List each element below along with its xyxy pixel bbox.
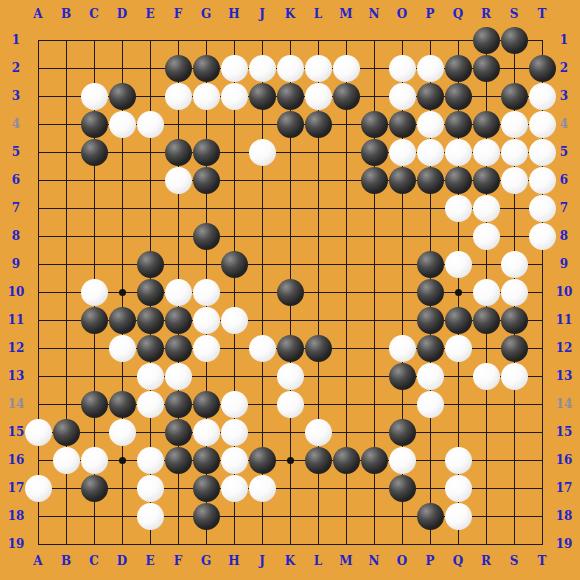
black-stone-E11 xyxy=(137,307,164,334)
black-stone-F2 xyxy=(165,55,192,82)
black-stone-E10 xyxy=(137,279,164,306)
black-stone-G6 xyxy=(193,167,220,194)
white-stone-G11 xyxy=(193,307,220,334)
white-stone-J17 xyxy=(249,475,276,502)
black-stone-K12 xyxy=(277,335,304,362)
black-stone-R11 xyxy=(473,307,500,334)
col-label: S xyxy=(502,6,526,22)
white-stone-H15 xyxy=(221,419,248,446)
white-stone-H16 xyxy=(221,447,248,474)
black-stone-B15 xyxy=(53,419,80,446)
white-stone-F10 xyxy=(165,279,192,306)
white-stone-Q5 xyxy=(445,139,472,166)
black-stone-L16 xyxy=(305,447,332,474)
white-stone-S10 xyxy=(501,279,528,306)
white-stone-M2 xyxy=(333,55,360,82)
black-stone-Q6 xyxy=(445,167,472,194)
black-stone-G18 xyxy=(193,503,220,530)
black-stone-R2 xyxy=(473,55,500,82)
white-stone-R13 xyxy=(473,363,500,390)
col-label: L xyxy=(306,6,330,22)
white-stone-L2 xyxy=(305,55,332,82)
black-stone-G5 xyxy=(193,139,220,166)
stones-grid[interactable] xyxy=(24,26,556,558)
black-stone-G16 xyxy=(193,447,220,474)
white-stone-C10 xyxy=(81,279,108,306)
black-stone-Q2 xyxy=(445,55,472,82)
black-stone-M3 xyxy=(333,83,360,110)
black-stone-H9 xyxy=(221,251,248,278)
white-stone-S4 xyxy=(501,111,528,138)
black-stone-D14 xyxy=(109,391,136,418)
black-stone-Q3 xyxy=(445,83,472,110)
black-stone-N6 xyxy=(361,167,388,194)
white-stone-P2 xyxy=(417,55,444,82)
black-stone-L12 xyxy=(305,335,332,362)
black-stone-S1 xyxy=(501,27,528,54)
black-stone-F14 xyxy=(165,391,192,418)
col-label: T xyxy=(530,6,554,22)
white-stone-A15 xyxy=(25,419,52,446)
col-label: J xyxy=(250,6,274,22)
black-stone-P12 xyxy=(417,335,444,362)
black-stone-O15 xyxy=(389,419,416,446)
white-stone-Q9 xyxy=(445,251,472,278)
black-stone-S3 xyxy=(501,83,528,110)
black-stone-R1 xyxy=(473,27,500,54)
black-stone-O13 xyxy=(389,363,416,390)
col-label: P xyxy=(418,6,442,22)
white-stone-O3 xyxy=(389,83,416,110)
white-stone-B16 xyxy=(53,447,80,474)
black-stone-E9 xyxy=(137,251,164,278)
black-stone-G17 xyxy=(193,475,220,502)
black-stone-F11 xyxy=(165,307,192,334)
black-stone-K4 xyxy=(277,111,304,138)
black-stone-C4 xyxy=(81,111,108,138)
white-stone-T5 xyxy=(529,139,556,166)
col-label: H xyxy=(222,6,246,22)
white-stone-E4 xyxy=(137,111,164,138)
white-stone-H14 xyxy=(221,391,248,418)
black-stone-F12 xyxy=(165,335,192,362)
black-stone-J16 xyxy=(249,447,276,474)
col-label: Q xyxy=(446,6,470,22)
black-stone-F16 xyxy=(165,447,192,474)
black-stone-C11 xyxy=(81,307,108,334)
white-stone-K2 xyxy=(277,55,304,82)
white-stone-K14 xyxy=(277,391,304,418)
col-label: C xyxy=(82,6,106,22)
white-stone-L3 xyxy=(305,83,332,110)
black-stone-K10 xyxy=(277,279,304,306)
white-stone-A17 xyxy=(25,475,52,502)
col-label: A xyxy=(26,6,50,22)
col-label: B xyxy=(54,6,78,22)
white-stone-J12 xyxy=(249,335,276,362)
white-stone-G12 xyxy=(193,335,220,362)
white-stone-Q16 xyxy=(445,447,472,474)
black-stone-O6 xyxy=(389,167,416,194)
white-stone-C16 xyxy=(81,447,108,474)
black-stone-O17 xyxy=(389,475,416,502)
white-stone-F3 xyxy=(165,83,192,110)
col-label: O xyxy=(390,6,414,22)
white-stone-H2 xyxy=(221,55,248,82)
black-stone-P10 xyxy=(417,279,444,306)
black-stone-K3 xyxy=(277,83,304,110)
black-stone-P9 xyxy=(417,251,444,278)
white-stone-R8 xyxy=(473,223,500,250)
white-stone-Q17 xyxy=(445,475,472,502)
black-stone-F15 xyxy=(165,419,192,446)
white-stone-O5 xyxy=(389,139,416,166)
white-stone-R7 xyxy=(473,195,500,222)
black-stone-P6 xyxy=(417,167,444,194)
black-stone-C5 xyxy=(81,139,108,166)
white-stone-E13 xyxy=(137,363,164,390)
black-stone-G14 xyxy=(193,391,220,418)
white-stone-P4 xyxy=(417,111,444,138)
black-stone-Q4 xyxy=(445,111,472,138)
black-stone-G8 xyxy=(193,223,220,250)
white-stone-G15 xyxy=(193,419,220,446)
white-stone-H11 xyxy=(221,307,248,334)
white-stone-S5 xyxy=(501,139,528,166)
black-stone-Q11 xyxy=(445,307,472,334)
white-stone-T7 xyxy=(529,195,556,222)
white-stone-E16 xyxy=(137,447,164,474)
white-stone-D15 xyxy=(109,419,136,446)
black-stone-S11 xyxy=(501,307,528,334)
white-stone-T3 xyxy=(529,83,556,110)
white-stone-P13 xyxy=(417,363,444,390)
white-stone-O2 xyxy=(389,55,416,82)
white-stone-R10 xyxy=(473,279,500,306)
white-stone-K13 xyxy=(277,363,304,390)
white-stone-F6 xyxy=(165,167,192,194)
white-stone-E14 xyxy=(137,391,164,418)
black-stone-E12 xyxy=(137,335,164,362)
go-board: ABCDEFGHJKLMNOPQRST ABCDEFGHJKLMNOPQRST … xyxy=(0,0,580,580)
white-stone-J2 xyxy=(249,55,276,82)
white-stone-P14 xyxy=(417,391,444,418)
white-stone-G3 xyxy=(193,83,220,110)
white-stone-S6 xyxy=(501,167,528,194)
col-label: N xyxy=(362,6,386,22)
black-stone-R6 xyxy=(473,167,500,194)
black-stone-F5 xyxy=(165,139,192,166)
white-stone-J5 xyxy=(249,139,276,166)
black-stone-N4 xyxy=(361,111,388,138)
col-label: M xyxy=(334,6,358,22)
black-stone-P3 xyxy=(417,83,444,110)
white-stone-Q18 xyxy=(445,503,472,530)
white-stone-E17 xyxy=(137,475,164,502)
black-stone-C17 xyxy=(81,475,108,502)
black-stone-J3 xyxy=(249,83,276,110)
white-stone-C3 xyxy=(81,83,108,110)
black-stone-C14 xyxy=(81,391,108,418)
white-stone-Q12 xyxy=(445,335,472,362)
white-stone-T4 xyxy=(529,111,556,138)
white-stone-D4 xyxy=(109,111,136,138)
white-stone-F13 xyxy=(165,363,192,390)
black-stone-L4 xyxy=(305,111,332,138)
white-stone-R5 xyxy=(473,139,500,166)
col-label: E xyxy=(138,6,162,22)
white-stone-S13 xyxy=(501,363,528,390)
col-label: R xyxy=(474,6,498,22)
black-stone-O4 xyxy=(389,111,416,138)
white-stone-D12 xyxy=(109,335,136,362)
black-stone-D11 xyxy=(109,307,136,334)
white-stone-L15 xyxy=(305,419,332,446)
black-stone-R4 xyxy=(473,111,500,138)
white-stone-G10 xyxy=(193,279,220,306)
white-stone-O16 xyxy=(389,447,416,474)
black-stone-N16 xyxy=(361,447,388,474)
white-stone-H17 xyxy=(221,475,248,502)
white-stone-Q7 xyxy=(445,195,472,222)
white-stone-E18 xyxy=(137,503,164,530)
black-stone-P11 xyxy=(417,307,444,334)
white-stone-H3 xyxy=(221,83,248,110)
col-label: D xyxy=(110,6,134,22)
white-stone-T8 xyxy=(529,223,556,250)
black-stone-G2 xyxy=(193,55,220,82)
black-stone-N5 xyxy=(361,139,388,166)
white-stone-O12 xyxy=(389,335,416,362)
black-stone-S12 xyxy=(501,335,528,362)
col-label: G xyxy=(194,6,218,22)
black-stone-D3 xyxy=(109,83,136,110)
black-stone-M16 xyxy=(333,447,360,474)
white-stone-T6 xyxy=(529,167,556,194)
black-stone-T2 xyxy=(529,55,556,82)
col-label: F xyxy=(166,6,190,22)
white-stone-P5 xyxy=(417,139,444,166)
col-label: K xyxy=(278,6,302,22)
black-stone-P18 xyxy=(417,503,444,530)
white-stone-S9 xyxy=(501,251,528,278)
